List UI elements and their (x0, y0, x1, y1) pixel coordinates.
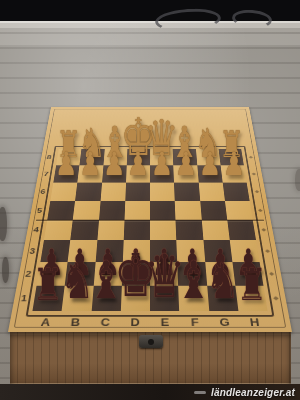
wood-knot (295, 169, 300, 191)
square-d3 (123, 240, 150, 262)
square-f4 (176, 220, 203, 241)
file-label-a: A (29, 313, 61, 331)
square-b7 (78, 165, 104, 182)
square-h1 (235, 286, 267, 311)
square-h2 (232, 262, 263, 285)
square-d2 (122, 262, 150, 285)
square-b3 (68, 240, 97, 262)
square-b4 (70, 220, 98, 241)
square-g8 (196, 149, 221, 165)
square-e1 (150, 286, 179, 311)
watermark-text: ländleanzeiger.at (211, 387, 295, 398)
photo-stage: ABCDEFGH 87654321 ◆◆◆◆◆◆◆◆ ♜♞♝♚♛♝♞♜♟♟♟♟♟… (0, 0, 300, 400)
square-h7 (220, 165, 246, 182)
square-f2 (177, 262, 206, 285)
file-label-h: H (238, 313, 270, 331)
square-f5 (175, 201, 201, 220)
square-b1 (62, 286, 93, 311)
chess-board: ABCDEFGH 87654321 ◆◆◆◆◆◆◆◆ (8, 107, 292, 332)
file-label-b: B (59, 313, 91, 331)
square-h3 (230, 240, 260, 262)
square-a2 (37, 262, 68, 285)
wood-knot (0, 207, 7, 241)
square-d6 (125, 182, 150, 200)
square-b8 (80, 149, 105, 165)
square-e6 (150, 182, 175, 200)
square-a3 (40, 240, 70, 262)
file-label-e: E (150, 313, 180, 331)
square-a5 (47, 201, 75, 220)
rank-label-8: 8 (41, 149, 58, 165)
square-b5 (73, 201, 100, 220)
ornament-icon: ◆ (250, 182, 265, 200)
board-fold-seam (36, 220, 264, 221)
ornament-icon: ◆ (253, 201, 268, 220)
square-c3 (95, 240, 123, 262)
square-h5 (225, 201, 253, 220)
square-d5 (124, 201, 150, 220)
ornament-icon: ◆ (256, 220, 272, 241)
file-label-f: F (179, 313, 210, 331)
square-g2 (205, 262, 235, 285)
square-e2 (150, 262, 178, 285)
squares-grid (32, 149, 267, 311)
square-d4 (123, 220, 150, 241)
square-g3 (203, 240, 232, 262)
square-e5 (150, 201, 176, 220)
watermark: ländleanzeiger.at (194, 387, 295, 398)
rank-label-5: 5 (30, 201, 48, 220)
file-label-g: G (209, 313, 241, 331)
square-b2 (65, 262, 95, 285)
rank-label-6: 6 (34, 182, 52, 200)
square-d1 (121, 286, 150, 311)
ornament-icon: ◆ (244, 149, 258, 165)
file-label-c: C (90, 313, 121, 331)
ornament-icon: ◆ (260, 240, 276, 262)
square-g1 (207, 286, 238, 311)
metal-latch (139, 335, 163, 348)
square-a7 (53, 165, 79, 182)
square-c6 (100, 182, 126, 200)
wood-knot (2, 257, 9, 283)
square-d7 (126, 165, 150, 182)
square-e7 (150, 165, 174, 182)
square-c2 (93, 262, 122, 285)
square-h8 (218, 149, 243, 165)
square-f3 (177, 240, 205, 262)
square-g5 (200, 201, 227, 220)
file-labels: ABCDEFGH (29, 313, 271, 331)
square-a4 (44, 220, 73, 241)
square-e3 (150, 240, 177, 262)
square-g4 (201, 220, 229, 241)
square-a6 (50, 182, 77, 200)
ornament-icon: ◆ (263, 262, 280, 285)
watermark-logo-dash (194, 391, 206, 394)
square-d8 (127, 149, 150, 165)
square-b6 (75, 182, 101, 200)
rank-label-7: 7 (37, 165, 54, 182)
square-c1 (91, 286, 121, 311)
ornament-icon: ◆ (267, 286, 285, 311)
square-g7 (197, 165, 223, 182)
ornament-icon: ◆ (247, 165, 261, 182)
square-g6 (198, 182, 224, 200)
square-c5 (99, 201, 125, 220)
square-f7 (173, 165, 198, 182)
square-h4 (227, 220, 256, 241)
square-f8 (173, 149, 197, 165)
square-f6 (174, 182, 200, 200)
background-dark-band (0, 0, 300, 21)
square-e8 (150, 149, 173, 165)
square-a1 (32, 286, 64, 311)
file-label-d: D (120, 313, 150, 331)
square-a8 (56, 149, 81, 165)
square-c4 (97, 220, 124, 241)
square-c7 (102, 165, 127, 182)
square-h6 (222, 182, 249, 200)
square-f1 (178, 286, 208, 311)
square-e4 (150, 220, 177, 241)
square-c8 (103, 149, 127, 165)
board-front-face (10, 332, 291, 384)
